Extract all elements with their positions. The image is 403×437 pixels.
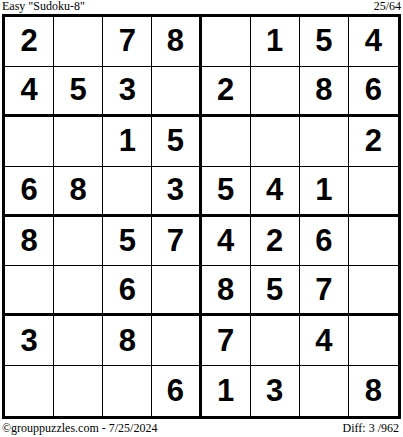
cell-r3c2[interactable] — [54, 117, 103, 167]
cell-r8c3[interactable] — [103, 366, 152, 416]
cell-r7c3[interactable]: 8 — [103, 316, 152, 366]
cell-r6c5[interactable]: 8 — [202, 266, 251, 316]
cell-r8c1[interactable] — [5, 366, 54, 416]
cell-r2c7[interactable]: 8 — [300, 67, 349, 117]
cell-r2c8[interactable]: 6 — [349, 67, 398, 117]
cell-r2c6[interactable] — [251, 67, 300, 117]
cell-r6c2[interactable] — [54, 266, 103, 316]
cell-r8c4[interactable]: 6 — [152, 366, 201, 416]
footer: ©grouppuzzles.com - 7/25/2024 Diff: 3 /9… — [2, 421, 399, 435]
cell-r5c5[interactable]: 4 — [202, 217, 251, 267]
cell-r5c7[interactable]: 6 — [300, 217, 349, 267]
cell-r1c2[interactable] — [54, 17, 103, 67]
difficulty-text: Diff: 3 /962 — [343, 421, 399, 435]
cell-r5c3[interactable]: 5 — [103, 217, 152, 267]
cell-r1c7[interactable]: 5 — [300, 17, 349, 67]
cell-r4c7[interactable]: 1 — [300, 167, 349, 217]
cell-r6c4[interactable] — [152, 266, 201, 316]
cell-r7c8[interactable] — [349, 316, 398, 366]
copyright-date-text: ©grouppuzzles.com - 7/25/2024 — [2, 421, 157, 435]
cell-r1c8[interactable]: 4 — [349, 17, 398, 67]
cell-r6c1[interactable] — [5, 266, 54, 316]
header: Easy "Sudoku-8" 25/64 — [2, 0, 401, 13]
cell-r8c5[interactable]: 1 — [202, 366, 251, 416]
cell-r2c1[interactable]: 4 — [5, 67, 54, 117]
cell-r5c4[interactable]: 7 — [152, 217, 201, 267]
cell-r4c8[interactable] — [349, 167, 398, 217]
cell-r8c7[interactable] — [300, 366, 349, 416]
sudoku-grid: 278154453286152683541857426685738746138 — [2, 14, 401, 419]
cell-r7c4[interactable] — [152, 316, 201, 366]
cell-r4c1[interactable]: 6 — [5, 167, 54, 217]
cell-r8c8[interactable]: 8 — [349, 366, 398, 416]
cell-r8c2[interactable] — [54, 366, 103, 416]
cell-r1c5[interactable] — [202, 17, 251, 67]
cell-r1c4[interactable]: 8 — [152, 17, 201, 67]
cell-r3c1[interactable] — [5, 117, 54, 167]
cell-r7c6[interactable] — [251, 316, 300, 366]
cell-r1c1[interactable]: 2 — [5, 17, 54, 67]
cell-r7c1[interactable]: 3 — [5, 316, 54, 366]
cell-r5c2[interactable] — [54, 217, 103, 267]
puzzle-page: Easy "Sudoku-8" 25/64 278154453286152683… — [0, 0, 403, 437]
cell-r5c8[interactable] — [349, 217, 398, 267]
cell-r3c4[interactable]: 5 — [152, 117, 201, 167]
puzzle-title: Easy "Sudoku-8" — [2, 0, 85, 13]
cell-r1c6[interactable]: 1 — [251, 17, 300, 67]
cell-r2c4[interactable] — [152, 67, 201, 117]
cell-r4c5[interactable]: 5 — [202, 167, 251, 217]
cell-r6c3[interactable]: 6 — [103, 266, 152, 316]
cell-r2c5[interactable]: 2 — [202, 67, 251, 117]
cell-r7c2[interactable] — [54, 316, 103, 366]
cell-r4c2[interactable]: 8 — [54, 167, 103, 217]
cell-r7c7[interactable]: 4 — [300, 316, 349, 366]
cell-r5c1[interactable]: 8 — [5, 217, 54, 267]
blank-count-badge: 25/64 — [374, 0, 401, 13]
cell-r3c7[interactable] — [300, 117, 349, 167]
cell-r8c6[interactable]: 3 — [251, 366, 300, 416]
cell-r3c3[interactable]: 1 — [103, 117, 152, 167]
cell-r3c6[interactable] — [251, 117, 300, 167]
cell-r3c8[interactable]: 2 — [349, 117, 398, 167]
cell-r2c2[interactable]: 5 — [54, 67, 103, 117]
cell-r4c6[interactable]: 4 — [251, 167, 300, 217]
cell-r2c3[interactable]: 3 — [103, 67, 152, 117]
cell-r6c6[interactable]: 5 — [251, 266, 300, 316]
cell-r5c6[interactable]: 2 — [251, 217, 300, 267]
cell-r4c4[interactable]: 3 — [152, 167, 201, 217]
cell-r6c7[interactable]: 7 — [300, 266, 349, 316]
cell-r1c3[interactable]: 7 — [103, 17, 152, 67]
cell-r4c3[interactable] — [103, 167, 152, 217]
cell-r7c5[interactable]: 7 — [202, 316, 251, 366]
cell-r6c8[interactable] — [349, 266, 398, 316]
cell-r3c5[interactable] — [202, 117, 251, 167]
